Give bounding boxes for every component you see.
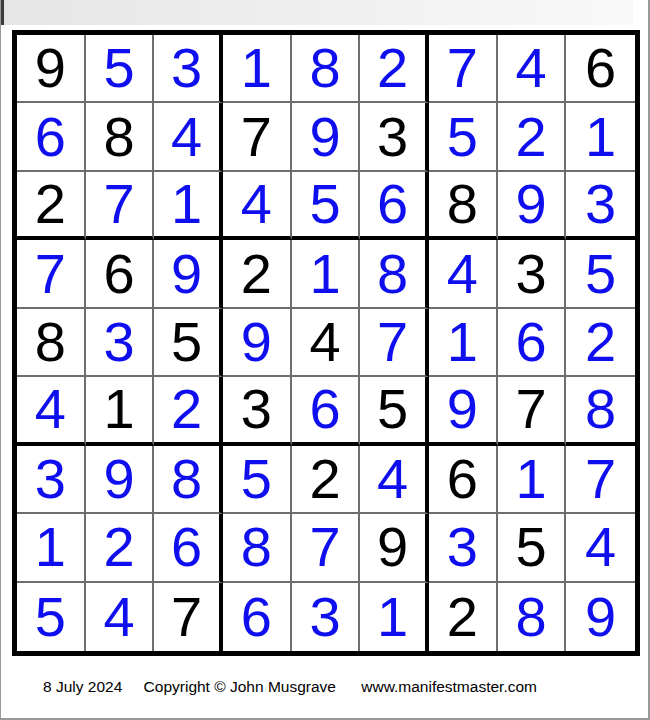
sudoku-cell-r5c2: 3 bbox=[86, 309, 155, 377]
sudoku-cell-r3c8: 9 bbox=[498, 172, 567, 240]
sudoku-cell-r7c2: 9 bbox=[86, 446, 155, 514]
footer-copyright: Copyright © John Musgrave bbox=[144, 678, 336, 695]
sudoku-cell-r7c9: 7 bbox=[566, 446, 635, 514]
sudoku-cell-r1c4: 1 bbox=[223, 35, 292, 103]
sudoku-cell-r9c4: 6 bbox=[223, 583, 292, 651]
sudoku-cell-r9c8: 8 bbox=[498, 583, 567, 651]
sudoku-cell-r9c1: 5 bbox=[17, 583, 86, 651]
sudoku-cell-r4c4: 2 bbox=[223, 240, 292, 308]
sudoku-cell-r4c9: 5 bbox=[566, 240, 635, 308]
sudoku-cell-r2c3: 4 bbox=[154, 103, 223, 171]
sudoku-cell-r9c7: 2 bbox=[429, 583, 498, 651]
sudoku-cell-r1c7: 7 bbox=[429, 35, 498, 103]
sudoku-cell-r7c3: 8 bbox=[154, 446, 223, 514]
sudoku-cell-r1c3: 3 bbox=[154, 35, 223, 103]
sudoku-cell-r4c7: 4 bbox=[429, 240, 498, 308]
sudoku-cell-r6c6: 5 bbox=[360, 377, 429, 445]
sudoku-cell-r9c3: 7 bbox=[154, 583, 223, 651]
sudoku-cell-r8c5: 7 bbox=[292, 514, 361, 582]
sudoku-cell-r7c1: 3 bbox=[17, 446, 86, 514]
sudoku-cell-r6c9: 8 bbox=[566, 377, 635, 445]
sudoku-cell-r8c7: 3 bbox=[429, 514, 498, 582]
sudoku-cell-r2c4: 7 bbox=[223, 103, 292, 171]
sudoku-cell-r3c3: 1 bbox=[154, 172, 223, 240]
footer: 8 July 2024 Copyright © John Musgrave ww… bbox=[43, 678, 537, 696]
sudoku-cell-r6c1: 4 bbox=[17, 377, 86, 445]
sudoku-cell-r5c8: 6 bbox=[498, 309, 567, 377]
sudoku-cell-r7c4: 5 bbox=[223, 446, 292, 514]
sudoku-cell-r8c3: 6 bbox=[154, 514, 223, 582]
sudoku-cell-r3c4: 4 bbox=[223, 172, 292, 240]
sudoku-cell-r5c4: 9 bbox=[223, 309, 292, 377]
sudoku-cell-r7c5: 2 bbox=[292, 446, 361, 514]
sudoku-cell-r7c6: 4 bbox=[360, 446, 429, 514]
sudoku-cell-r8c1: 1 bbox=[17, 514, 86, 582]
sudoku-cell-r9c6: 1 bbox=[360, 583, 429, 651]
sudoku-cell-r6c5: 6 bbox=[292, 377, 361, 445]
sudoku-cell-r6c3: 2 bbox=[154, 377, 223, 445]
sudoku-cell-r5c3: 5 bbox=[154, 309, 223, 377]
sudoku-cell-r9c5: 3 bbox=[292, 583, 361, 651]
sudoku-cell-r3c5: 5 bbox=[292, 172, 361, 240]
sudoku-cell-r1c6: 2 bbox=[360, 35, 429, 103]
sudoku-cell-r1c1: 9 bbox=[17, 35, 86, 103]
sudoku-cell-r5c9: 2 bbox=[566, 309, 635, 377]
sudoku-cell-r9c2: 4 bbox=[86, 583, 155, 651]
sudoku-cell-r2c5: 9 bbox=[292, 103, 361, 171]
sudoku-cell-r1c5: 8 bbox=[292, 35, 361, 103]
sudoku-cell-r5c5: 4 bbox=[292, 309, 361, 377]
sudoku-cell-r3c7: 8 bbox=[429, 172, 498, 240]
sudoku-cell-r6c4: 3 bbox=[223, 377, 292, 445]
sudoku-cell-r1c8: 4 bbox=[498, 35, 567, 103]
sudoku-board: 9531827466847935212714568937692184358359… bbox=[12, 30, 640, 656]
sudoku-cell-r9c9: 9 bbox=[566, 583, 635, 651]
sudoku-cell-r6c8: 7 bbox=[498, 377, 567, 445]
sudoku-cell-r8c2: 2 bbox=[86, 514, 155, 582]
sudoku-cell-r3c2: 7 bbox=[86, 172, 155, 240]
sudoku-cell-r2c6: 3 bbox=[360, 103, 429, 171]
footer-website: www.manifestmaster.com bbox=[361, 678, 537, 695]
sudoku-cell-r4c5: 1 bbox=[292, 240, 361, 308]
sudoku-cell-r3c9: 3 bbox=[566, 172, 635, 240]
sudoku-cell-r1c2: 5 bbox=[86, 35, 155, 103]
sudoku-cell-r2c8: 2 bbox=[498, 103, 567, 171]
sudoku-cell-r2c7: 5 bbox=[429, 103, 498, 171]
sudoku-cell-r8c6: 9 bbox=[360, 514, 429, 582]
sudoku-cell-r7c8: 1 bbox=[498, 446, 567, 514]
sudoku-cell-r4c8: 3 bbox=[498, 240, 567, 308]
sudoku-cell-r6c2: 1 bbox=[86, 377, 155, 445]
sudoku-cell-r2c9: 1 bbox=[566, 103, 635, 171]
sudoku-cell-r4c1: 7 bbox=[17, 240, 86, 308]
sudoku-cell-r8c8: 5 bbox=[498, 514, 567, 582]
sudoku-cell-r2c2: 8 bbox=[86, 103, 155, 171]
page: 9531827466847935212714568937692184358359… bbox=[0, 0, 650, 720]
sudoku-cell-r4c6: 8 bbox=[360, 240, 429, 308]
sudoku-cell-r4c2: 6 bbox=[86, 240, 155, 308]
window-chrome-bar bbox=[1, 0, 633, 25]
sudoku-cell-r6c7: 9 bbox=[429, 377, 498, 445]
footer-date: 8 July 2024 bbox=[43, 678, 122, 695]
sudoku-cell-r8c9: 4 bbox=[566, 514, 635, 582]
sudoku-cell-r7c7: 6 bbox=[429, 446, 498, 514]
sudoku-cell-r8c4: 8 bbox=[223, 514, 292, 582]
sudoku-cell-r3c1: 2 bbox=[17, 172, 86, 240]
sudoku-cell-r5c7: 1 bbox=[429, 309, 498, 377]
sudoku-cell-r1c9: 6 bbox=[566, 35, 635, 103]
sudoku-cell-r5c6: 7 bbox=[360, 309, 429, 377]
sudoku-cell-r5c1: 8 bbox=[17, 309, 86, 377]
sudoku-cell-r2c1: 6 bbox=[17, 103, 86, 171]
sudoku-cell-r4c3: 9 bbox=[154, 240, 223, 308]
sudoku-cell-r3c6: 6 bbox=[360, 172, 429, 240]
